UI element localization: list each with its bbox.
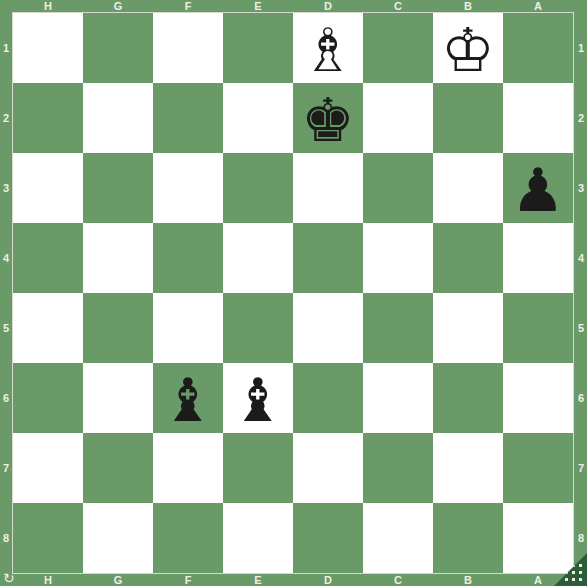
- grip-dot: [579, 571, 582, 574]
- square-b4[interactable]: [433, 223, 503, 293]
- square-g6[interactable]: [83, 363, 153, 433]
- file-label-bottom-d: D: [293, 574, 363, 586]
- chess-board: ♝♗♚♔♚♟♝♝: [12, 12, 574, 574]
- file-label-top-e: E: [223, 0, 293, 12]
- square-c7[interactable]: [363, 433, 433, 503]
- square-c4[interactable]: [363, 223, 433, 293]
- black-pawn[interactable]: ♟: [503, 153, 573, 223]
- square-f5[interactable]: [153, 293, 223, 363]
- rank-label-right-3: 3: [575, 153, 587, 223]
- rank-label-left-5: 5: [0, 293, 12, 363]
- grip-dot: [579, 578, 582, 581]
- square-d4[interactable]: [293, 223, 363, 293]
- square-f8[interactable]: [153, 503, 223, 573]
- square-h4[interactable]: [13, 223, 83, 293]
- square-g4[interactable]: [83, 223, 153, 293]
- rank-label-right-7: 7: [575, 433, 587, 503]
- rank-label-left-3: 3: [0, 153, 12, 223]
- square-h8[interactable]: [13, 503, 83, 573]
- square-e1[interactable]: [223, 13, 293, 83]
- rank-label-left-7: 7: [0, 433, 12, 503]
- file-label-top-f: F: [153, 0, 223, 12]
- white-bishop[interactable]: ♝♗: [293, 13, 363, 83]
- black-bishop-body: ♝: [223, 363, 293, 433]
- grip-dot: [572, 571, 575, 574]
- square-b2[interactable]: [433, 83, 503, 153]
- chess-app-window: ♝♗♚♔♚♟♝♝ HHGGFFEEDDCCBBAA112233445566778…: [0, 0, 587, 586]
- square-e4[interactable]: [223, 223, 293, 293]
- file-label-bottom-g: G: [83, 574, 153, 586]
- square-g8[interactable]: [83, 503, 153, 573]
- file-label-bottom-c: C: [363, 574, 433, 586]
- file-label-bottom-e: E: [223, 574, 293, 586]
- square-d5[interactable]: [293, 293, 363, 363]
- square-e7[interactable]: [223, 433, 293, 503]
- square-a5[interactable]: [503, 293, 573, 363]
- square-f6[interactable]: ♝: [153, 363, 223, 433]
- square-c2[interactable]: [363, 83, 433, 153]
- rank-label-right-1: 1: [575, 13, 587, 83]
- square-h1[interactable]: [13, 13, 83, 83]
- square-c8[interactable]: [363, 503, 433, 573]
- black-bishop[interactable]: ♝: [223, 363, 293, 433]
- file-label-bottom-h: H: [13, 574, 83, 586]
- grip-dot: [579, 564, 582, 567]
- square-e3[interactable]: [223, 153, 293, 223]
- square-f7[interactable]: [153, 433, 223, 503]
- rank-label-right-2: 2: [575, 83, 587, 153]
- square-f1[interactable]: [153, 13, 223, 83]
- square-d6[interactable]: [293, 363, 363, 433]
- square-a4[interactable]: [503, 223, 573, 293]
- square-g2[interactable]: [83, 83, 153, 153]
- square-h6[interactable]: [13, 363, 83, 433]
- square-h2[interactable]: [13, 83, 83, 153]
- square-a8[interactable]: [503, 503, 573, 573]
- black-bishop-body: ♝: [153, 363, 223, 433]
- square-g3[interactable]: [83, 153, 153, 223]
- file-label-top-d: D: [293, 0, 363, 12]
- white-king-outline: ♔: [433, 13, 503, 83]
- square-a1[interactable]: [503, 13, 573, 83]
- square-g1[interactable]: [83, 13, 153, 83]
- file-label-top-a: A: [503, 0, 573, 12]
- square-f4[interactable]: [153, 223, 223, 293]
- rank-label-left-6: 6: [0, 363, 12, 433]
- square-f3[interactable]: [153, 153, 223, 223]
- square-e2[interactable]: [223, 83, 293, 153]
- square-a7[interactable]: [503, 433, 573, 503]
- grip-dot: [572, 578, 575, 581]
- square-b8[interactable]: [433, 503, 503, 573]
- square-h7[interactable]: [13, 433, 83, 503]
- grip-dot: [565, 578, 568, 581]
- square-d8[interactable]: [293, 503, 363, 573]
- file-label-top-g: G: [83, 0, 153, 12]
- square-c1[interactable]: [363, 13, 433, 83]
- rank-label-left-8: 8: [0, 503, 12, 573]
- square-a2[interactable]: [503, 83, 573, 153]
- square-b5[interactable]: [433, 293, 503, 363]
- square-d3[interactable]: [293, 153, 363, 223]
- square-h3[interactable]: [13, 153, 83, 223]
- file-label-top-b: B: [433, 0, 503, 12]
- square-d1[interactable]: ♝♗: [293, 13, 363, 83]
- file-label-bottom-b: B: [433, 574, 503, 586]
- square-e6[interactable]: ♝: [223, 363, 293, 433]
- square-c5[interactable]: [363, 293, 433, 363]
- black-pawn-body: ♟: [503, 153, 573, 223]
- white-bishop-body: ♝: [293, 13, 363, 83]
- square-f2[interactable]: [153, 83, 223, 153]
- file-label-top-h: H: [13, 0, 83, 12]
- square-b7[interactable]: [433, 433, 503, 503]
- square-b3[interactable]: [433, 153, 503, 223]
- rank-label-right-5: 5: [575, 293, 587, 363]
- square-b1[interactable]: ♚♔: [433, 13, 503, 83]
- white-king[interactable]: ♚♔: [433, 13, 503, 83]
- square-e8[interactable]: [223, 503, 293, 573]
- file-label-bottom-f: F: [153, 574, 223, 586]
- square-a6[interactable]: [503, 363, 573, 433]
- square-c3[interactable]: [363, 153, 433, 223]
- square-d2[interactable]: ♚: [293, 83, 363, 153]
- black-bishop[interactable]: ♝: [153, 363, 223, 433]
- rank-label-right-6: 6: [575, 363, 587, 433]
- white-king-body: ♚: [433, 13, 503, 83]
- square-h5[interactable]: [13, 293, 83, 363]
- file-label-top-c: C: [363, 0, 433, 12]
- square-a3[interactable]: ♟: [503, 153, 573, 223]
- square-b6[interactable]: [433, 363, 503, 433]
- black-king-body: ♚: [293, 83, 363, 153]
- square-e5[interactable]: [223, 293, 293, 363]
- rank-label-right-4: 4: [575, 223, 587, 293]
- rank-label-left-1: 1: [0, 13, 12, 83]
- white-bishop-outline: ♗: [293, 13, 363, 83]
- square-g5[interactable]: [83, 293, 153, 363]
- square-c6[interactable]: [363, 363, 433, 433]
- square-g7[interactable]: [83, 433, 153, 503]
- square-d7[interactable]: [293, 433, 363, 503]
- rotate-board-icon[interactable]: ↻: [3, 571, 15, 585]
- black-king[interactable]: ♚: [293, 83, 363, 153]
- rank-label-left-2: 2: [0, 83, 12, 153]
- rank-label-left-4: 4: [0, 223, 12, 293]
